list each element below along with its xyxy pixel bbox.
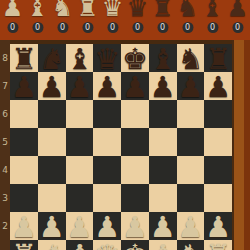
rank-label-1: 1 [0, 240, 10, 250]
tray-black: ♛0♜0♞0♝0♟0 [125, 0, 250, 40]
square-a8[interactable]: ♜ [10, 44, 38, 72]
captured-pieces-tray: ♟0♝0♞0♜0♛0 ♛0♜0♞0♝0♟0 [0, 0, 250, 40]
black-pawn: ♟ [122, 73, 148, 102]
white-knight: ♞ [39, 241, 65, 250]
square-h6[interactable] [204, 100, 232, 128]
square-g7[interactable]: ♟ [177, 72, 205, 100]
square-c6[interactable] [66, 100, 94, 128]
captured-white-rook: ♜0 [75, 0, 100, 40]
white-bishop: ♝ [66, 241, 92, 250]
square-g5[interactable] [177, 128, 205, 156]
square-d8[interactable]: ♛ [93, 44, 121, 72]
square-c5[interactable] [66, 128, 94, 156]
black-queen-icon: ♛ [127, 0, 149, 20]
square-d7[interactable]: ♟ [93, 72, 121, 100]
square-h3[interactable] [204, 184, 232, 212]
white-knight-icon: ♞ [52, 0, 74, 20]
square-f2[interactable]: ♟ [149, 212, 177, 240]
square-g8[interactable]: ♞ [177, 44, 205, 72]
square-e3[interactable] [121, 184, 149, 212]
rank-label-2: 2 [0, 212, 10, 240]
square-d2[interactable]: ♟ [93, 212, 121, 240]
square-h5[interactable] [204, 128, 232, 156]
black-pawn: ♟ [94, 73, 120, 102]
square-f7[interactable]: ♟ [149, 72, 177, 100]
square-a1[interactable]: ♜ [10, 240, 38, 250]
black-bishop: ♝ [66, 45, 92, 74]
rank-label-8: 8 [0, 44, 10, 72]
black-pawn: ♟ [177, 73, 203, 102]
captured-count-black-queen: 0 [132, 22, 143, 33]
square-g2[interactable]: ♟ [177, 212, 205, 240]
square-e1[interactable]: ♚ [121, 240, 149, 250]
square-f4[interactable] [149, 156, 177, 184]
captured-white-bishop: ♝0 [25, 0, 50, 40]
square-f1[interactable]: ♝ [149, 240, 177, 250]
square-e7[interactable]: ♟ [121, 72, 149, 100]
square-a2[interactable]: ♟ [10, 212, 38, 240]
white-pawn: ♟ [11, 213, 37, 242]
square-h4[interactable] [204, 156, 232, 184]
square-a6[interactable] [10, 100, 38, 128]
square-b5[interactable] [38, 128, 66, 156]
captured-count-white-pawn: 0 [7, 22, 18, 33]
black-knight-icon: ♞ [177, 0, 199, 20]
square-c2[interactable]: ♟ [66, 212, 94, 240]
square-b2[interactable]: ♟ [38, 212, 66, 240]
white-king: ♚ [122, 241, 148, 250]
square-c3[interactable] [66, 184, 94, 212]
square-c1[interactable]: ♝ [66, 240, 94, 250]
white-pawn: ♟ [205, 213, 231, 242]
square-c8[interactable]: ♝ [66, 44, 94, 72]
captured-count-black-bishop: 0 [207, 22, 218, 33]
board-right-seam [232, 40, 234, 250]
square-f6[interactable] [149, 100, 177, 128]
captured-count-black-knight: 0 [182, 22, 193, 33]
square-d5[interactable] [93, 128, 121, 156]
square-h1[interactable]: ♜ [204, 240, 232, 250]
captured-black-bishop: ♝0 [200, 0, 225, 40]
chess-app-window: ♟0♝0♞0♜0♛0 ♛0♜0♞0♝0♟0 87654321 ♜♞♝♛♚♝♞♜♟… [0, 0, 250, 250]
black-queen: ♛ [94, 45, 120, 74]
board-right-border [232, 40, 250, 250]
white-pawn: ♟ [66, 213, 92, 242]
square-g6[interactable] [177, 100, 205, 128]
white-pawn: ♟ [177, 213, 203, 242]
square-e5[interactable] [121, 128, 149, 156]
white-knight: ♞ [177, 241, 203, 250]
captured-count-white-rook: 0 [82, 22, 93, 33]
white-bishop: ♝ [150, 241, 176, 250]
captured-black-rook: ♜0 [150, 0, 175, 40]
white-pawn: ♟ [94, 213, 120, 242]
white-pawn-icon: ♟ [2, 0, 24, 20]
rank-label-3: 3 [0, 184, 10, 212]
black-pawn: ♟ [150, 73, 176, 102]
square-d1[interactable]: ♛ [93, 240, 121, 250]
captured-count-black-rook: 0 [157, 22, 168, 33]
square-d3[interactable] [93, 184, 121, 212]
board-left-border: 87654321 [0, 40, 10, 250]
black-king: ♚ [122, 45, 148, 74]
captured-black-knight: ♞0 [175, 0, 200, 40]
white-bishop-icon: ♝ [27, 0, 49, 20]
rank-label-7: 7 [0, 72, 10, 100]
white-rook-icon: ♜ [77, 0, 99, 20]
square-h2[interactable]: ♟ [204, 212, 232, 240]
captured-white-knight: ♞0 [50, 0, 75, 40]
white-rook: ♜ [11, 241, 37, 250]
white-queen-icon: ♛ [102, 0, 124, 20]
square-f5[interactable] [149, 128, 177, 156]
square-c7[interactable]: ♟ [66, 72, 94, 100]
square-g4[interactable] [177, 156, 205, 184]
square-d6[interactable] [93, 100, 121, 128]
captured-white-pawn: ♟0 [0, 0, 25, 40]
captured-count-white-knight: 0 [57, 22, 68, 33]
square-b1[interactable]: ♞ [38, 240, 66, 250]
square-h8[interactable]: ♜ [204, 44, 232, 72]
black-pawn: ♟ [39, 73, 65, 102]
white-pawn: ♟ [122, 213, 148, 242]
board: ♜♞♝♛♚♝♞♜♟♟♟♟♟♟♟♟♟♟♟♟♟♟♟♟♜♞♝♛♚♝♞♜ [10, 44, 232, 250]
square-d4[interactable] [93, 156, 121, 184]
board-right-edge [244, 40, 250, 250]
black-knight: ♞ [39, 45, 65, 74]
square-g1[interactable]: ♞ [177, 240, 205, 250]
square-e8[interactable]: ♚ [121, 44, 149, 72]
rank-label-6: 6 [0, 100, 10, 128]
square-f8[interactable]: ♝ [149, 44, 177, 72]
square-a7[interactable]: ♟ [10, 72, 38, 100]
captured-count-black-pawn: 0 [232, 22, 243, 33]
black-pawn: ♟ [11, 73, 37, 102]
square-b3[interactable] [38, 184, 66, 212]
captured-black-pawn: ♟0 [225, 0, 250, 40]
black-bishop-icon: ♝ [202, 0, 224, 20]
black-knight: ♞ [177, 45, 203, 74]
square-h7[interactable]: ♟ [204, 72, 232, 100]
square-f3[interactable] [149, 184, 177, 212]
tray-white: ♟0♝0♞0♜0♛0 [0, 0, 125, 40]
square-e4[interactable] [121, 156, 149, 184]
black-rook: ♜ [11, 45, 37, 74]
square-a5[interactable] [10, 128, 38, 156]
white-pawn: ♟ [150, 213, 176, 242]
black-pawn: ♟ [205, 73, 231, 102]
captured-count-white-bishop: 0 [32, 22, 43, 33]
white-pawn: ♟ [39, 213, 65, 242]
captured-count-white-queen: 0 [107, 22, 118, 33]
square-b8[interactable]: ♞ [38, 44, 66, 72]
rank-label-5: 5 [0, 128, 10, 156]
square-b4[interactable] [38, 156, 66, 184]
rank-label-4: 4 [0, 156, 10, 184]
captured-black-queen: ♛0 [125, 0, 150, 40]
white-rook: ♜ [205, 241, 231, 250]
black-bishop: ♝ [150, 45, 176, 74]
square-e6[interactable] [121, 100, 149, 128]
black-pawn-icon: ♟ [227, 0, 249, 20]
square-a3[interactable] [10, 184, 38, 212]
white-queen: ♛ [94, 241, 120, 250]
square-b6[interactable] [38, 100, 66, 128]
square-a4[interactable] [10, 156, 38, 184]
square-c4[interactable] [66, 156, 94, 184]
black-pawn: ♟ [66, 73, 92, 102]
square-g3[interactable] [177, 184, 205, 212]
black-rook-icon: ♜ [152, 0, 174, 20]
square-e2[interactable]: ♟ [121, 212, 149, 240]
captured-white-queen: ♛0 [100, 0, 125, 40]
square-b7[interactable]: ♟ [38, 72, 66, 100]
black-rook: ♜ [205, 45, 231, 74]
